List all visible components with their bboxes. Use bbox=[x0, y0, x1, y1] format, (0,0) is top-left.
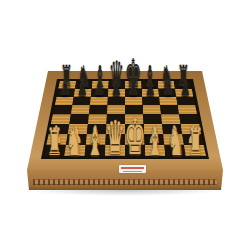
piece-black-bishop-c8: ♝ bbox=[85, 39, 115, 89]
pieces-layer: ♜♞♝♛♚♝♞♜♟♟♟♟♟♟♟♟♟♟♟♟♟♟♟♟♜♞♝♛♚♝♞♜ bbox=[0, 0, 250, 250]
piece-shadow bbox=[59, 95, 71, 98]
piece-shadow bbox=[92, 87, 108, 90]
piece-white-pawn-d2: ♟ bbox=[100, 95, 130, 145]
piece-shadow bbox=[166, 154, 186, 157]
piece-shadow bbox=[75, 87, 91, 90]
piece-white-knight-g1: ♞ bbox=[161, 106, 191, 156]
piece-white-pawn-f2: ♟ bbox=[139, 95, 169, 145]
piece-white-queen-d1: ♛ bbox=[100, 106, 130, 156]
piece-shadow bbox=[142, 87, 158, 90]
piece-shadow bbox=[179, 95, 191, 98]
piece-shadow bbox=[147, 143, 162, 146]
piece-white-pawn-g2: ♟ bbox=[159, 95, 189, 145]
piece-shadow bbox=[186, 143, 201, 146]
piece-shadow bbox=[69, 143, 84, 146]
piece-shadow bbox=[93, 95, 105, 98]
piece-shadow bbox=[159, 87, 175, 90]
piece-black-knight-b8: ♞ bbox=[68, 39, 98, 89]
product-photo-chess-set[interactable]: ♜♞♝♛♚♝♞♜♟♟♟♟♟♟♟♟♟♟♟♟♟♟♟♟♜♞♝♛♚♝♞♜ bbox=[0, 0, 250, 250]
piece-black-rook-a8: ♜ bbox=[52, 39, 82, 89]
piece-shadow bbox=[108, 143, 123, 146]
piece-shadow bbox=[64, 154, 84, 157]
piece-white-pawn-a2: ♟ bbox=[41, 95, 71, 145]
piece-shadow bbox=[186, 154, 205, 157]
piece-shadow bbox=[162, 95, 174, 98]
piece-white-rook-h1: ♜ bbox=[181, 106, 211, 156]
piece-shadow bbox=[128, 143, 143, 146]
piece-shadow bbox=[123, 87, 143, 90]
piece-black-knight-g8: ♞ bbox=[152, 39, 182, 89]
piece-white-pawn-h2: ♟ bbox=[179, 95, 209, 145]
piece-shadow bbox=[144, 95, 156, 98]
piece-shadow bbox=[122, 154, 148, 157]
piece-white-king-e1: ♚ bbox=[120, 106, 150, 156]
piece-white-pawn-c2: ♟ bbox=[81, 95, 111, 145]
piece-shadow bbox=[45, 154, 64, 157]
piece-shadow bbox=[85, 154, 105, 157]
piece-black-bishop-f8: ♝ bbox=[135, 39, 165, 89]
piece-shadow bbox=[127, 95, 139, 98]
piece-shadow bbox=[110, 95, 122, 98]
piece-shadow bbox=[59, 87, 74, 90]
piece-white-pawn-e2: ♟ bbox=[120, 95, 150, 145]
piece-white-rook-a1: ♜ bbox=[39, 106, 69, 156]
piece-black-rook-h8: ♜ bbox=[168, 39, 198, 89]
piece-shadow bbox=[167, 143, 182, 146]
piece-white-bishop-c1: ♝ bbox=[80, 106, 110, 156]
piece-white-knight-b1: ♞ bbox=[59, 106, 89, 156]
piece-shadow bbox=[88, 143, 103, 146]
piece-white-pawn-b2: ♟ bbox=[61, 95, 91, 145]
piece-shadow bbox=[145, 154, 165, 157]
piece-black-king-e8: ♚ bbox=[118, 39, 148, 89]
brand-label bbox=[119, 165, 146, 173]
piece-black-queen-d8: ♛ bbox=[102, 39, 132, 89]
piece-white-bishop-f1: ♝ bbox=[140, 106, 170, 156]
piece-shadow bbox=[176, 87, 191, 90]
piece-shadow bbox=[49, 143, 64, 146]
piece-shadow bbox=[76, 95, 88, 98]
